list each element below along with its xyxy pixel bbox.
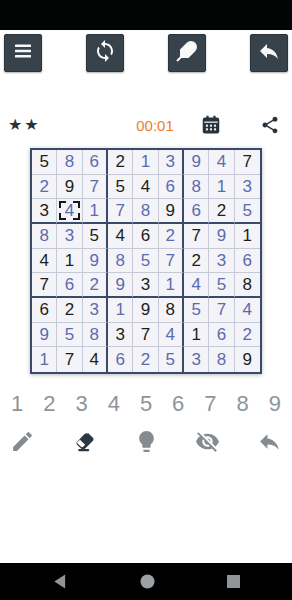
cell-digit: 9 xyxy=(243,351,252,368)
cell-digit: 9 xyxy=(90,252,99,269)
top-toolbar xyxy=(0,30,292,72)
cell-r6c2[interactable]: 6 xyxy=(57,273,82,298)
undo-icon xyxy=(257,429,282,454)
cell-digit: 2 xyxy=(90,276,99,293)
numpad-2[interactable]: 2 xyxy=(43,391,55,417)
cell-r3c1[interactable]: 3 xyxy=(32,199,57,224)
cell-digit: 9 xyxy=(191,153,200,170)
cell-digit: 9 xyxy=(65,178,74,195)
cell-r6c4[interactable]: 9 xyxy=(108,273,133,298)
cell-r8c5[interactable]: 7 xyxy=(133,323,158,348)
cell-r5c6[interactable]: 7 xyxy=(159,249,184,274)
cell-digit: 5 xyxy=(39,153,48,170)
cell-digit: 5 xyxy=(65,326,74,343)
cell-r2c4[interactable]: 5 xyxy=(108,175,133,200)
cell-digit: 5 xyxy=(90,227,99,244)
undo-icon xyxy=(257,39,281,67)
cell-digit: 6 xyxy=(191,202,200,219)
cell-digit: 4 xyxy=(115,227,124,244)
cell-r9c4[interactable]: 6 xyxy=(108,347,133,372)
cell-digit: 5 xyxy=(243,202,252,219)
cell-digit: 4 xyxy=(217,153,226,170)
cell-digit: 3 xyxy=(65,227,74,244)
cell-r2c1[interactable]: 2 xyxy=(32,175,57,200)
cell-digit: 6 xyxy=(65,276,74,293)
cell-digit: 4 xyxy=(243,301,252,318)
cell-r3c3[interactable]: 1 xyxy=(83,199,108,224)
cell-r1c6[interactable]: 3 xyxy=(159,150,184,175)
cell-digit: 1 xyxy=(243,227,252,244)
info-bar: ★★ 00:01 xyxy=(0,112,292,138)
cell-r7c7[interactable]: 5 xyxy=(184,298,209,323)
cell-digit: 7 xyxy=(39,276,48,293)
cell-r5c1[interactable]: 4 xyxy=(32,249,57,274)
cell-r9c3[interactable]: 4 xyxy=(83,347,108,372)
cell-r2c7[interactable]: 8 xyxy=(184,175,209,200)
cell-r8c1[interactable]: 9 xyxy=(32,323,57,348)
cell-digit: 4 xyxy=(166,326,175,343)
cell-r9c2[interactable]: 7 xyxy=(57,347,82,372)
cell-r9c1[interactable]: 1 xyxy=(32,347,57,372)
eye-off-icon xyxy=(195,429,220,454)
cell-digit: 8 xyxy=(141,202,150,219)
cell-digit: 2 xyxy=(115,153,124,170)
cell-r9c9[interactable]: 9 xyxy=(235,347,260,372)
cell-digit: 4 xyxy=(39,252,48,269)
cell-r6c5[interactable]: 3 xyxy=(133,273,158,298)
cell-digit: 9 xyxy=(166,202,175,219)
cell-digit: 8 xyxy=(115,252,124,269)
cell-digit: 8 xyxy=(39,227,48,244)
cell-r6c3[interactable]: 2 xyxy=(83,273,108,298)
cell-digit: 1 xyxy=(191,326,200,343)
cell-r2c5[interactable]: 4 xyxy=(133,175,158,200)
cell-r7c1[interactable]: 6 xyxy=(32,298,57,323)
cell-digit: 5 xyxy=(141,252,150,269)
cell-digit: 3 xyxy=(141,276,150,293)
numpad-1[interactable]: 1 xyxy=(11,391,23,417)
cell-digit: 5 xyxy=(115,178,124,195)
cell-r8c3[interactable]: 8 xyxy=(83,323,108,348)
numpad-5[interactable]: 5 xyxy=(140,391,152,417)
pencil-icon xyxy=(10,429,35,454)
cell-digit: 9 xyxy=(141,301,150,318)
menu-button[interactable] xyxy=(4,34,42,72)
restart-button[interactable] xyxy=(86,34,124,72)
cell-digit: 3 xyxy=(90,301,99,318)
hint-tool-button[interactable] xyxy=(134,429,159,454)
cell-digit: 8 xyxy=(90,326,99,343)
cell-digit: 4 xyxy=(191,276,200,293)
numpad-9[interactable]: 9 xyxy=(269,391,281,417)
cell-digit: 8 xyxy=(217,351,226,368)
status-bar xyxy=(0,0,292,30)
sync-icon xyxy=(93,39,117,67)
cell-r5c3[interactable]: 9 xyxy=(83,249,108,274)
number-pad: 1 2 3 4 5 6 7 8 9 xyxy=(0,391,292,417)
cell-r7c2[interactable]: 2 xyxy=(57,298,82,323)
cell-r8c9[interactable]: 2 xyxy=(235,323,260,348)
cell-r5c9[interactable]: 6 xyxy=(235,249,260,274)
cell-r8c7[interactable]: 1 xyxy=(184,323,209,348)
cell-r8c2[interactable]: 5 xyxy=(57,323,82,348)
undo-top-button[interactable] xyxy=(250,34,288,72)
back-icon[interactable] xyxy=(52,573,67,590)
cell-r3c7[interactable]: 6 xyxy=(184,199,209,224)
cell-r1c8[interactable]: 4 xyxy=(209,150,234,175)
cell-digit: 1 xyxy=(39,351,48,368)
cell-r4c7[interactable]: 7 xyxy=(184,224,209,249)
cell-r5c5[interactable]: 5 xyxy=(133,249,158,274)
tool-bar xyxy=(0,429,292,454)
app-screen: ★★ 00:01 xyxy=(0,0,292,600)
eraser-icon xyxy=(72,429,97,454)
cell-digit: 3 xyxy=(115,326,124,343)
cell-digit: 8 xyxy=(65,153,74,170)
info-icons xyxy=(200,114,284,136)
cell-r9c5[interactable]: 2 xyxy=(133,347,158,372)
undo-tool-button[interactable] xyxy=(257,429,282,454)
cell-digit: 3 xyxy=(166,153,175,170)
cell-r7c8[interactable]: 7 xyxy=(209,298,234,323)
cell-r3c9[interactable]: 5 xyxy=(235,199,260,224)
cell-digit: 7 xyxy=(90,178,99,195)
cell-digit: 7 xyxy=(166,252,175,269)
numpad-7[interactable]: 7 xyxy=(204,391,216,417)
cell-digit: 5 xyxy=(217,276,226,293)
cell-r7c9[interactable]: 4 xyxy=(235,298,260,323)
cell-r1c2[interactable]: 8 xyxy=(57,150,82,175)
cell-digit: 3 xyxy=(217,252,226,269)
cell-digit: 9 xyxy=(217,227,226,244)
cell-digit: 6 xyxy=(243,252,252,269)
cell-digit: 1 xyxy=(141,153,150,170)
cell-r1c7[interactable]: 9 xyxy=(184,150,209,175)
cell-digit: 4 xyxy=(141,178,150,195)
cell-r3c8[interactable]: 2 xyxy=(209,199,234,224)
cell-r7c5[interactable]: 9 xyxy=(133,298,158,323)
cell-r8c6[interactable]: 4 xyxy=(159,323,184,348)
cell-r5c2[interactable]: 1 xyxy=(57,249,82,274)
home-icon[interactable] xyxy=(140,574,155,589)
cell-digit: 3 xyxy=(191,351,200,368)
hide-checks-tool-button[interactable] xyxy=(195,429,220,454)
cell-digit: 7 xyxy=(115,202,124,219)
cell-r1c3[interactable]: 6 xyxy=(83,150,108,175)
cell-digit: 6 xyxy=(90,153,99,170)
cell-r4c5[interactable]: 6 xyxy=(133,224,158,249)
cell-digit: 1 xyxy=(217,178,226,195)
cell-r1c1[interactable]: 5 xyxy=(32,150,57,175)
cell-r2c9[interactable]: 3 xyxy=(235,175,260,200)
cell-r4c8[interactable]: 9 xyxy=(209,224,234,249)
cell-r4c6[interactable]: 2 xyxy=(159,224,184,249)
cell-r7c3[interactable]: 3 xyxy=(83,298,108,323)
cell-digit: 7 xyxy=(141,326,150,343)
cell-r8c8[interactable]: 6 xyxy=(209,323,234,348)
cell-digit: 5 xyxy=(166,351,175,368)
cell-r3c4[interactable]: 7 xyxy=(108,199,133,224)
cell-digit: 8 xyxy=(191,178,200,195)
cell-digit: 7 xyxy=(191,227,200,244)
cell-digit: 8 xyxy=(243,276,252,293)
cell-r9c6[interactable]: 5 xyxy=(159,347,184,372)
cell-r8c4[interactable]: 3 xyxy=(108,323,133,348)
cell-r2c6[interactable]: 6 xyxy=(159,175,184,200)
cell-digit: 2 xyxy=(65,301,74,318)
cell-digit: 4 xyxy=(65,202,74,219)
numpad-3[interactable]: 3 xyxy=(75,391,87,417)
cell-r6c8[interactable]: 5 xyxy=(209,273,234,298)
cell-r4c1[interactable]: 8 xyxy=(32,224,57,249)
cell-r2c2[interactable]: 9 xyxy=(57,175,82,200)
cell-r5c8[interactable]: 3 xyxy=(209,249,234,274)
eraser-tool-button[interactable] xyxy=(72,429,97,454)
cell-digit: 7 xyxy=(217,301,226,318)
cell-r6c7[interactable]: 4 xyxy=(184,273,209,298)
cell-digit: 2 xyxy=(39,178,48,195)
feather-icon xyxy=(175,39,199,67)
cell-digit: 7 xyxy=(65,351,74,368)
recents-icon[interactable] xyxy=(227,575,240,588)
cell-r4c9[interactable]: 1 xyxy=(235,224,260,249)
cell-r2c3[interactable]: 7 xyxy=(83,175,108,200)
share-icon[interactable] xyxy=(260,115,280,135)
cell-digit: 9 xyxy=(115,276,124,293)
numpad-6[interactable]: 6 xyxy=(172,391,184,417)
cell-r7c6[interactable]: 8 xyxy=(159,298,184,323)
cell-r5c4[interactable]: 8 xyxy=(108,249,133,274)
cell-r6c1[interactable]: 7 xyxy=(32,273,57,298)
cell-r6c6[interactable]: 1 xyxy=(159,273,184,298)
cell-r5c7[interactable]: 2 xyxy=(184,249,209,274)
cell-digit: 6 xyxy=(115,351,124,368)
cell-digit: 6 xyxy=(217,326,226,343)
cell-digit: 9 xyxy=(39,326,48,343)
cell-digit: 3 xyxy=(39,202,48,219)
cell-digit: 1 xyxy=(65,252,74,269)
cell-digit: 1 xyxy=(115,301,124,318)
cell-digit: 6 xyxy=(141,227,150,244)
cell-digit: 2 xyxy=(217,202,226,219)
cell-digit: 1 xyxy=(90,202,99,219)
cell-digit: 6 xyxy=(166,178,175,195)
sudoku-board[interactable]: 5862139472975468133417896258354627914198… xyxy=(30,148,262,374)
numpad-8[interactable]: 8 xyxy=(237,391,249,417)
cell-digit: 1 xyxy=(166,276,175,293)
cell-r3c2[interactable]: 4 xyxy=(57,199,82,224)
cell-r7c4[interactable]: 1 xyxy=(108,298,133,323)
difficulty-stars: ★★ xyxy=(8,112,41,138)
cell-r1c4[interactable]: 2 xyxy=(108,150,133,175)
cell-r4c2[interactable]: 3 xyxy=(57,224,82,249)
cell-r3c6[interactable]: 9 xyxy=(159,199,184,224)
cell-r1c9[interactable]: 7 xyxy=(235,150,260,175)
lightbulb-icon xyxy=(134,429,159,454)
cell-r4c4[interactable]: 4 xyxy=(108,224,133,249)
pencil-mode-button[interactable] xyxy=(168,34,206,72)
cell-r1c5[interactable]: 1 xyxy=(133,150,158,175)
numpad-4[interactable]: 4 xyxy=(108,391,120,417)
cell-r2c8[interactable]: 1 xyxy=(209,175,234,200)
cell-digit: 2 xyxy=(191,252,200,269)
cell-digit: 2 xyxy=(141,351,150,368)
cell-digit: 3 xyxy=(243,178,252,195)
cell-digit: 5 xyxy=(191,301,200,318)
cell-r9c8[interactable]: 8 xyxy=(209,347,234,372)
android-nav-bar xyxy=(0,563,292,600)
cell-digit: 2 xyxy=(243,326,252,343)
cell-digit: 6 xyxy=(39,301,48,318)
cell-r6c9[interactable]: 8 xyxy=(235,273,260,298)
cell-r9c7[interactable]: 3 xyxy=(184,347,209,372)
pencil-tool-button[interactable] xyxy=(10,429,35,454)
cell-digit: 2 xyxy=(166,227,175,244)
cell-digit: 4 xyxy=(90,351,99,368)
cell-r3c5[interactable]: 8 xyxy=(133,199,158,224)
cell-digit: 8 xyxy=(166,301,175,318)
menu-icon xyxy=(11,39,35,67)
cell-r4c3[interactable]: 5 xyxy=(83,224,108,249)
calendar-icon[interactable] xyxy=(200,114,222,136)
cell-digit: 7 xyxy=(243,153,252,170)
timer: 00:01 xyxy=(136,117,174,134)
